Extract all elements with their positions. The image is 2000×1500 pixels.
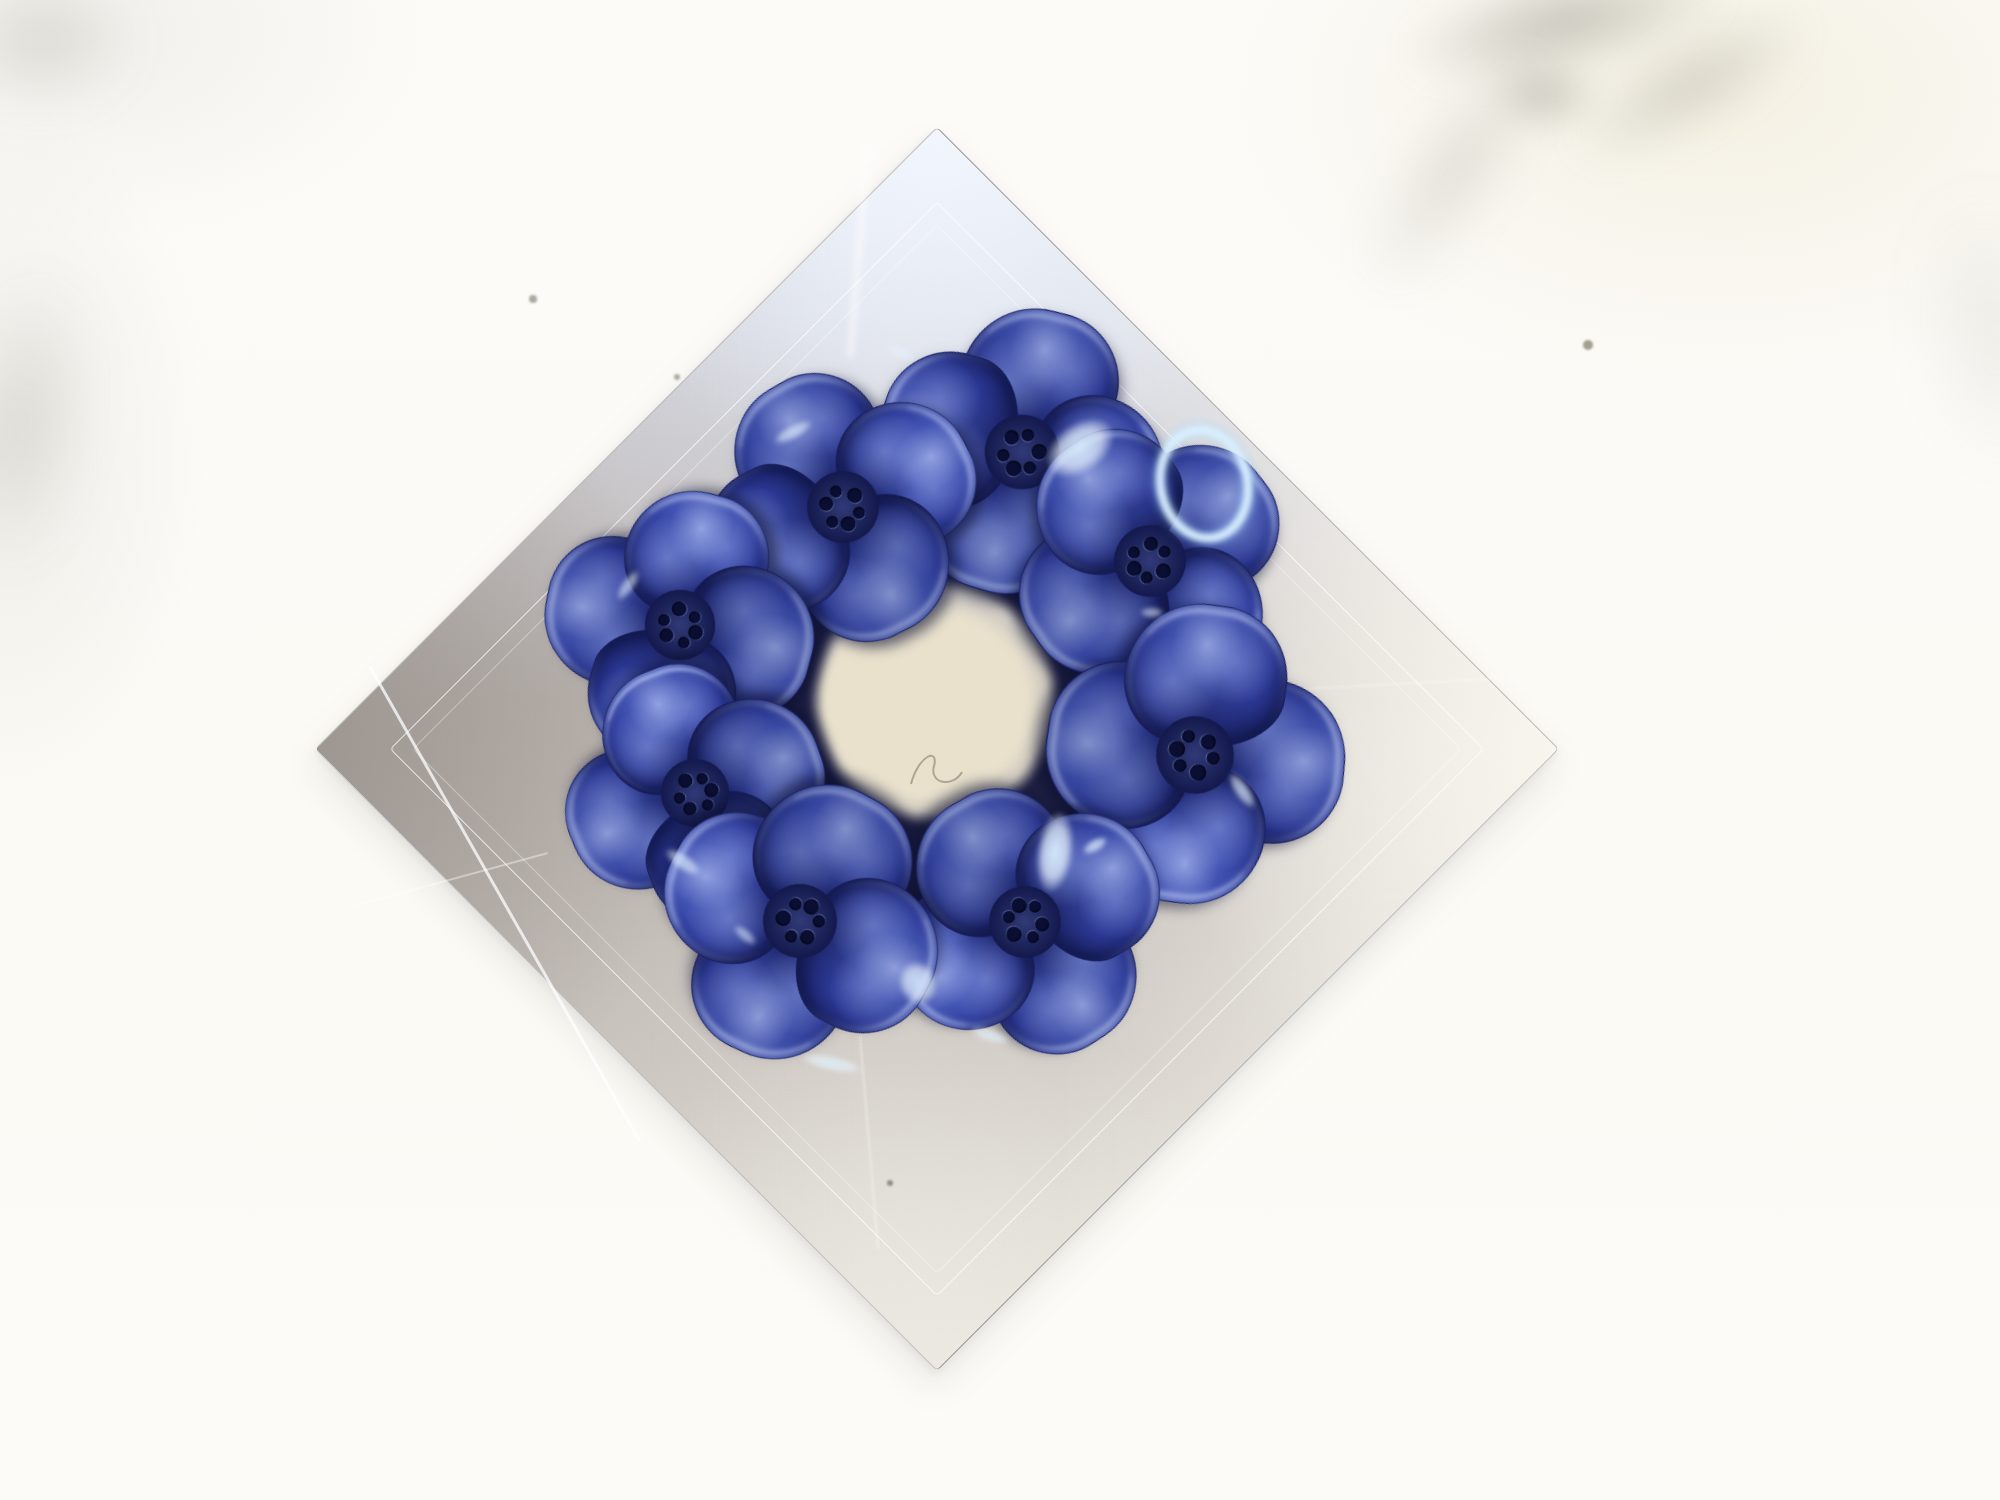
marble-vein: [0, 0, 130, 100]
stamen-dot: [1200, 733, 1218, 751]
stamen-dot: [1020, 427, 1036, 443]
dust-hair-curve: [905, 742, 969, 794]
stamen-dot: [810, 913, 827, 930]
dust-hair: [905, 742, 969, 798]
stamen-dot: [1172, 758, 1187, 773]
stamen-dot: [783, 928, 800, 945]
stamen-dot: [676, 772, 694, 790]
stamen-dot: [1206, 751, 1221, 766]
stamen-dot: [669, 600, 687, 618]
stamen-dot: [687, 610, 702, 625]
stamen-dot: [1189, 763, 1208, 782]
stamen-dot: [658, 627, 675, 644]
stamen-dot: [1156, 543, 1173, 560]
dust-speck: [529, 295, 537, 303]
stamen-dot: [1002, 428, 1021, 447]
dust-speck: [1583, 340, 1593, 350]
stamen-dot: [657, 613, 672, 628]
stamen-dot: [844, 485, 864, 505]
dust-speck: [887, 1180, 893, 1186]
dust-speck: [674, 374, 680, 380]
specular-highlight: [1140, 607, 1164, 618]
marble-vein: [1912, 182, 2000, 479]
stamen-dot: [787, 896, 804, 913]
stamen-dot: [1181, 729, 1196, 744]
stamen-dot: [1004, 924, 1024, 944]
stamen-dot: [1027, 898, 1043, 914]
stamen-dot: [1125, 544, 1142, 561]
photo-canvas: { "scene": { "subject": "cobalt-blue cer…: [0, 0, 2000, 1500]
marble-vein: [1485, 55, 1605, 135]
stamen-dot: [1168, 739, 1187, 758]
stamen-dot: [773, 908, 794, 929]
scene: [0, 0, 2000, 1500]
marble-vein: [0, 264, 100, 576]
stamen-dot: [1025, 929, 1041, 945]
stamen-dot: [1153, 560, 1174, 581]
stamen-dot: [797, 927, 817, 947]
